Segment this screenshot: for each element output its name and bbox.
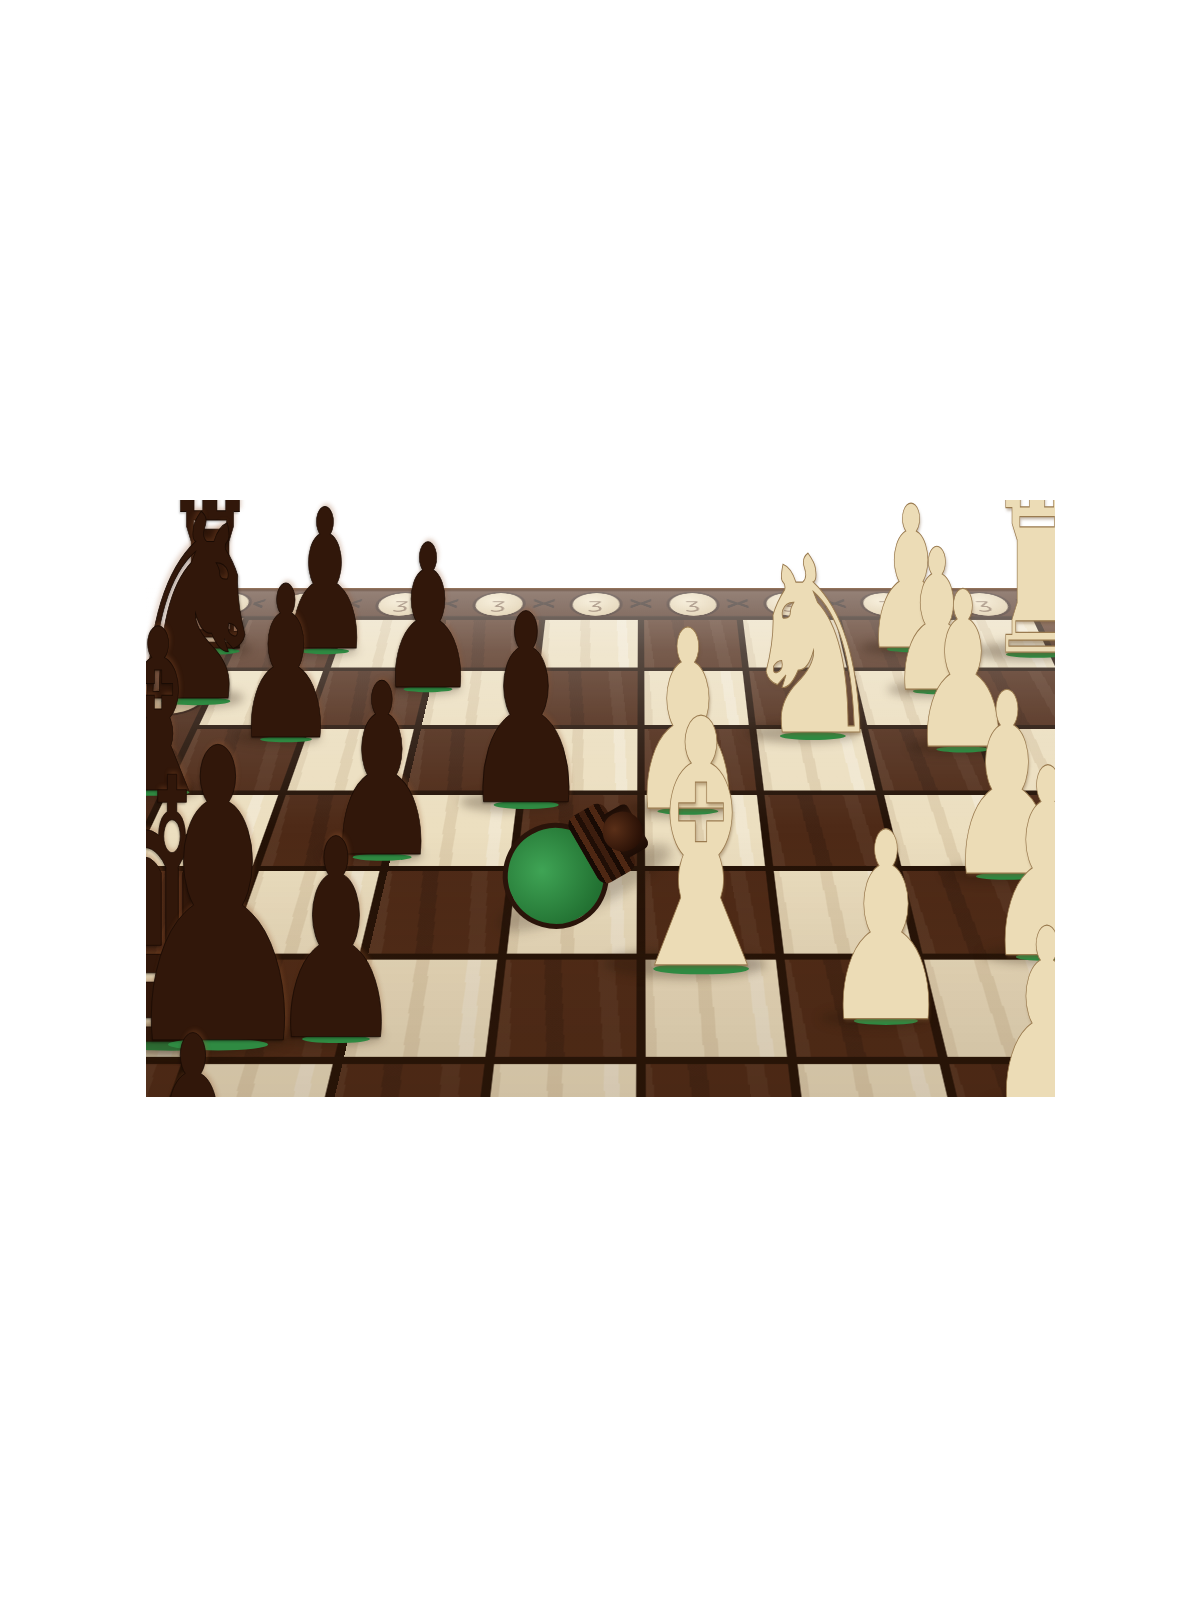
- chessboard-product-photo: ʒʒ‹›ʒ‹›ʒ‹›ʒ‹›ʒ‹›ʒ‹›ʒ‹›ʒ‹›ʒ ♜♞♝♟♟♟♟♟♚♟♟♟♜…: [146, 500, 1055, 1097]
- pieces-layer: ♜♞♝♟♟♟♟♟♚♟♟♟♜♟♟♟♞♟♝♟♟♟♟: [146, 500, 1055, 1097]
- white-bishop-glyph: ♝: [612, 676, 790, 1018]
- white-pawn-glyph: ♟: [986, 896, 1055, 1097]
- white-pawn-f3[interactable]: ♟: [810, 869, 963, 1022]
- black-pawn-d5[interactable]: ♟: [449, 652, 603, 806]
- white-bishop-e4[interactable]: ♝: [587, 742, 815, 970]
- white-pawn-glyph: ♟: [822, 798, 950, 1058]
- white-pawn-g2[interactable]: ♟: [975, 963, 1056, 1097]
- black-pawn-g7[interactable]: ♟: [146, 1078, 278, 1097]
- black-pawn-glyph: ♟: [146, 999, 264, 1097]
- page: { "game": "chess", "scene": { "descripti…: [0, 0, 1200, 1600]
